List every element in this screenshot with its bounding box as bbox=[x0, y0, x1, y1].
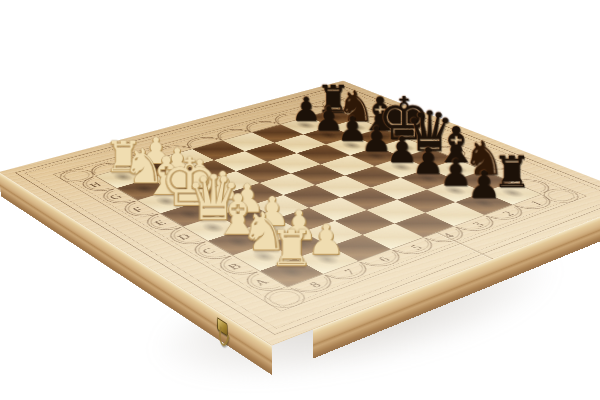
clasp-plate bbox=[217, 317, 228, 337]
rank-label: 6 bbox=[377, 256, 393, 264]
chess-board-case: HGFEDCBA 12345678 ♜♞♝♚♛♝♞♜♟♟♟♟♟♟♟♟♟♟♟♟♟♟… bbox=[0, 81, 600, 346]
rank-label: 5 bbox=[409, 244, 425, 251]
fold-seam-edge bbox=[491, 259, 494, 286]
chess-board: ♜♞♝♚♛♝♞♜♟♟♟♟♟♟♟♟♟♟♟♟♟♟♟♟♜♞♝♚♛♝♞♜ bbox=[96, 109, 541, 286]
clasp-hook bbox=[217, 326, 229, 350]
file-label: C bbox=[200, 248, 217, 256]
piece-white-rook-a8[interactable]: ♜ bbox=[259, 225, 323, 272]
photo-scene: HGFEDCBA 12345678 ♜♞♝♚♛♝♞♜♟♟♟♟♟♟♟♟♟♟♟♟♟♟… bbox=[85, 0, 545, 400]
file-label: D bbox=[176, 233, 194, 241]
corner-medallion-near bbox=[256, 285, 313, 311]
file-label: G bbox=[108, 194, 124, 201]
file-label: E bbox=[153, 220, 169, 227]
square-c3[interactable] bbox=[371, 178, 427, 200]
brass-clasp[interactable] bbox=[215, 315, 231, 353]
rank-label: 7 bbox=[343, 268, 360, 276]
rank-label: 2 bbox=[501, 211, 517, 218]
rank-label: 1 bbox=[529, 200, 545, 206]
corner-medallion bbox=[536, 186, 586, 205]
corner-medallion bbox=[54, 167, 100, 185]
file-label: F bbox=[131, 207, 146, 214]
board-top-face: HGFEDCBA 12345678 ♜♞♝♚♛♝♞♜♟♟♟♟♟♟♟♟♟♟♟♟♟♟… bbox=[0, 81, 600, 346]
piece-black-pawn-a2[interactable]: ♟ bbox=[455, 167, 513, 203]
square-a8[interactable]: ♜ bbox=[260, 258, 324, 287]
rank-label: 3 bbox=[471, 221, 487, 228]
fold-seam-top bbox=[436, 232, 493, 259]
rank-label: 8 bbox=[307, 281, 324, 289]
file-label: B bbox=[226, 263, 244, 271]
file-label: A bbox=[252, 278, 271, 287]
file-label: H bbox=[88, 182, 104, 189]
